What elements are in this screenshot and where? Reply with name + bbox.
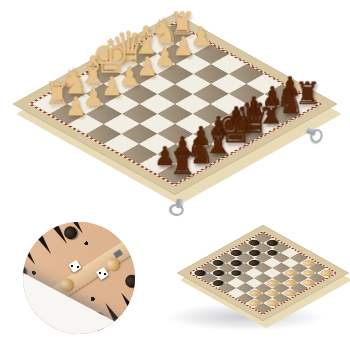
checkers-board-photo <box>0 200 350 350</box>
square-e5 <box>157 104 193 124</box>
mosaic-border: ♜♞♝♚♛♝♞♜♟♟♟♟♟♟♟♟♟♟♟♟♟♟♟♟♜♞♝♚♛♝♞♜ <box>28 22 322 186</box>
white-pawn: ♟ <box>47 93 103 119</box>
product-photo: ♜♞♝♚♛♝♞♜♟♟♟♟♟♟♟♟♟♟♟♟♟♟♟♟♜♞♝♚♛♝♞♜ <box>0 0 350 350</box>
chess-grid: ♜♞♝♚♛♝♞♜♟♟♟♟♟♟♟♟♟♟♟♟♟♟♟♟♜♞♝♚♛♝♞♜ <box>32 24 318 184</box>
square-h8: ♜ <box>157 164 193 184</box>
chess-board-photo: ♜♞♝♚♛♝♞♜♟♟♟♟♟♟♟♟♟♟♟♟♟♟♟♟♜♞♝♚♛♝♞♜ <box>0 0 350 232</box>
chess-board: ♜♞♝♚♛♝♞♜♟♟♟♟♟♟♟♟♟♟♟♟♟♟♟♟♜♞♝♚♛♝♞♜ <box>12 13 337 195</box>
metal-clasp-icon <box>304 126 323 143</box>
black-rook: ♜ <box>154 148 210 179</box>
square-h2: ♟ <box>50 104 86 124</box>
